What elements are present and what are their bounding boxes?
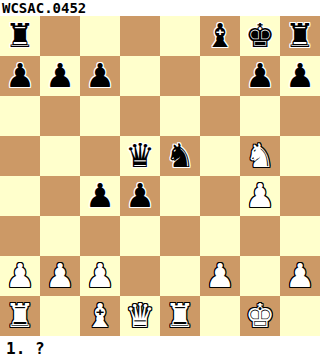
- square-c7[interactable]: ♟: [80, 56, 120, 96]
- square-h5[interactable]: [280, 136, 320, 176]
- square-h3[interactable]: [280, 216, 320, 256]
- square-e3[interactable]: [160, 216, 200, 256]
- square-b2[interactable]: ♟: [40, 256, 80, 296]
- black-pawn-c7: ♟: [85, 56, 115, 96]
- white-king-g1: ♚: [245, 296, 275, 336]
- black-king-g8: ♚: [245, 16, 275, 56]
- black-pawn-c4: ♟: [85, 176, 115, 216]
- white-pawn-a2: ♟: [5, 256, 35, 296]
- square-e5[interactable]: ♞: [160, 136, 200, 176]
- black-pawn-a7: ♟: [5, 56, 35, 96]
- square-b8[interactable]: [40, 16, 80, 56]
- square-a7[interactable]: ♟: [0, 56, 40, 96]
- square-a5[interactable]: [0, 136, 40, 176]
- square-g8[interactable]: ♚: [240, 16, 280, 56]
- square-g2[interactable]: [240, 256, 280, 296]
- black-pawn-d4: ♟: [125, 176, 155, 216]
- square-c4[interactable]: ♟: [80, 176, 120, 216]
- square-g6[interactable]: [240, 96, 280, 136]
- white-rook-a1: ♜: [5, 296, 35, 336]
- square-f2[interactable]: ♟: [200, 256, 240, 296]
- square-g3[interactable]: [240, 216, 280, 256]
- square-a8[interactable]: ♜: [0, 16, 40, 56]
- white-rook-e1: ♜: [165, 296, 195, 336]
- black-knight-e5: ♞: [165, 136, 195, 176]
- square-d3[interactable]: [120, 216, 160, 256]
- square-h2[interactable]: ♟: [280, 256, 320, 296]
- black-pawn-g7: ♟: [245, 56, 275, 96]
- square-a2[interactable]: ♟: [0, 256, 40, 296]
- black-pawn-h7: ♟: [285, 56, 315, 96]
- square-e7[interactable]: [160, 56, 200, 96]
- square-c3[interactable]: [80, 216, 120, 256]
- square-f4[interactable]: [200, 176, 240, 216]
- white-queen-d1: ♛: [125, 296, 155, 336]
- square-e6[interactable]: [160, 96, 200, 136]
- square-b3[interactable]: [40, 216, 80, 256]
- square-c8[interactable]: [80, 16, 120, 56]
- square-a6[interactable]: [0, 96, 40, 136]
- square-d7[interactable]: [120, 56, 160, 96]
- square-a3[interactable]: [0, 216, 40, 256]
- square-d4[interactable]: ♟: [120, 176, 160, 216]
- square-e4[interactable]: [160, 176, 200, 216]
- move-prompt: 1. ?: [0, 336, 320, 360]
- square-f7[interactable]: [200, 56, 240, 96]
- black-bishop-f8: ♝: [205, 16, 235, 56]
- white-pawn-f2: ♟: [205, 256, 235, 296]
- square-e2[interactable]: [160, 256, 200, 296]
- puzzle-id-label: WCSAC.0452: [0, 0, 320, 16]
- square-h8[interactable]: ♜: [280, 16, 320, 56]
- white-bishop-c1: ♝: [85, 296, 115, 336]
- white-pawn-h2: ♟: [285, 256, 315, 296]
- square-c6[interactable]: [80, 96, 120, 136]
- square-c2[interactable]: ♟: [80, 256, 120, 296]
- white-pawn-c2: ♟: [85, 256, 115, 296]
- square-f6[interactable]: [200, 96, 240, 136]
- white-pawn-g4: ♟: [245, 176, 275, 216]
- square-b4[interactable]: [40, 176, 80, 216]
- black-rook-a8: ♜: [5, 16, 35, 56]
- square-d5[interactable]: ♛: [120, 136, 160, 176]
- square-f8[interactable]: ♝: [200, 16, 240, 56]
- square-d6[interactable]: [120, 96, 160, 136]
- square-c1[interactable]: ♝: [80, 296, 120, 336]
- square-b7[interactable]: ♟: [40, 56, 80, 96]
- square-d2[interactable]: [120, 256, 160, 296]
- white-pawn-b2: ♟: [45, 256, 75, 296]
- black-pawn-b7: ♟: [45, 56, 75, 96]
- square-a1[interactable]: ♜: [0, 296, 40, 336]
- square-f1[interactable]: [200, 296, 240, 336]
- square-e8[interactable]: [160, 16, 200, 56]
- square-a4[interactable]: [0, 176, 40, 216]
- square-b6[interactable]: [40, 96, 80, 136]
- square-f5[interactable]: [200, 136, 240, 176]
- square-d8[interactable]: [120, 16, 160, 56]
- square-h1[interactable]: [280, 296, 320, 336]
- square-e1[interactable]: ♜: [160, 296, 200, 336]
- square-g1[interactable]: ♚: [240, 296, 280, 336]
- white-knight-g5: ♞: [245, 136, 275, 176]
- square-b5[interactable]: [40, 136, 80, 176]
- square-g4[interactable]: ♟: [240, 176, 280, 216]
- square-g5[interactable]: ♞: [240, 136, 280, 176]
- black-queen-d5: ♛: [125, 136, 155, 176]
- square-b1[interactable]: [40, 296, 80, 336]
- square-h7[interactable]: ♟: [280, 56, 320, 96]
- black-rook-h8: ♜: [285, 16, 315, 56]
- chess-diagram: WCSAC.0452 ♜♝♚♜♟♟♟♟♟♛♞♞♟♟♟♟♟♟♟♟♜♝♛♜♚ 1. …: [0, 0, 320, 360]
- square-c5[interactable]: [80, 136, 120, 176]
- square-f3[interactable]: [200, 216, 240, 256]
- square-h4[interactable]: [280, 176, 320, 216]
- square-g7[interactable]: ♟: [240, 56, 280, 96]
- square-d1[interactable]: ♛: [120, 296, 160, 336]
- square-h6[interactable]: [280, 96, 320, 136]
- chess-board: ♜♝♚♜♟♟♟♟♟♛♞♞♟♟♟♟♟♟♟♟♜♝♛♜♚: [0, 16, 320, 336]
